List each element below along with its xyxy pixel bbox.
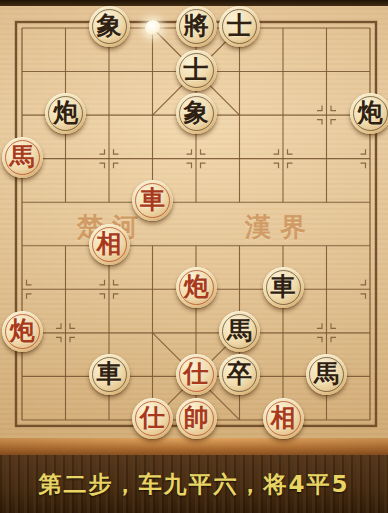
piece-character: 車 [271, 274, 296, 299]
piece-character: 象 [97, 13, 122, 38]
xiangqi-app-screen: 楚河 漢界 象將士士炮象炮馬車相炮車炮馬車仕卒馬仕帥相 第二步，车九平六，将4平… [0, 0, 388, 513]
piece-character: 將 [184, 13, 209, 38]
piece-black-elephant[interactable]: 象 [176, 93, 217, 134]
piece-red-chariot[interactable]: 車 [132, 180, 173, 221]
piece-black-general[interactable]: 將 [176, 6, 217, 47]
piece-character: 帥 [184, 405, 209, 430]
piece-character: 炮 [53, 100, 78, 125]
piece-character: 仕 [140, 405, 165, 430]
piece-character: 士 [184, 57, 209, 82]
piece-red-advisor[interactable]: 仕 [176, 354, 217, 395]
piece-character: 車 [140, 187, 165, 212]
piece-black-horse[interactable]: 馬 [219, 311, 260, 352]
piece-character: 馬 [314, 361, 339, 386]
piece-character: 車 [97, 361, 122, 386]
piece-red-cannon[interactable]: 炮 [2, 311, 43, 352]
piece-red-horse[interactable]: 馬 [2, 137, 43, 178]
piece-character: 仕 [184, 361, 209, 386]
piece-character: 馬 [10, 144, 35, 169]
piece-black-soldier[interactable]: 卒 [219, 354, 260, 395]
piece-black-cannon[interactable]: 炮 [45, 93, 86, 134]
piece-character: 炮 [10, 318, 35, 343]
piece-character: 炮 [358, 100, 383, 125]
piece-character: 炮 [184, 274, 209, 299]
piece-black-cannon[interactable]: 炮 [350, 93, 388, 134]
piece-character: 馬 [227, 318, 252, 343]
piece-black-chariot[interactable]: 車 [263, 267, 304, 308]
piece-red-cannon[interactable]: 炮 [176, 267, 217, 308]
piece-black-advisor[interactable]: 士 [176, 50, 217, 91]
piece-red-elephant[interactable]: 相 [89, 224, 130, 265]
piece-black-chariot[interactable]: 車 [89, 354, 130, 395]
piece-character: 卒 [227, 361, 252, 386]
piece-black-advisor[interactable]: 士 [219, 6, 260, 47]
xiangqi-board[interactable]: 象將士士炮象炮馬車相炮車炮馬車仕卒馬仕帥相 [0, 0, 388, 457]
piece-red-advisor[interactable]: 仕 [132, 398, 173, 439]
piece-character: 象 [184, 100, 209, 125]
piece-red-general[interactable]: 帥 [176, 398, 217, 439]
piece-red-elephant[interactable]: 相 [263, 398, 304, 439]
piece-black-elephant[interactable]: 象 [89, 6, 130, 47]
move-caption: 第二步，车九平六，将4平5 [0, 455, 388, 513]
piece-character: 相 [271, 405, 296, 430]
piece-character: 相 [97, 231, 122, 256]
piece-black-horse[interactable]: 馬 [306, 354, 347, 395]
piece-character: 士 [227, 13, 252, 38]
